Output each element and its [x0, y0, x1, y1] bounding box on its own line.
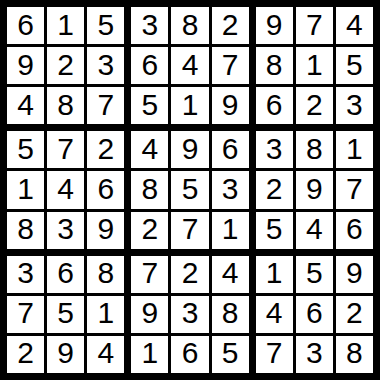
- sudoku-cell-r4c7[interactable]: 3: [256, 131, 293, 168]
- sudoku-cell-r4c1[interactable]: 5: [7, 131, 44, 168]
- sudoku-cell-r1c9[interactable]: 4: [336, 7, 373, 44]
- sudoku-cell-r1c2[interactable]: 1: [47, 7, 84, 44]
- sudoku-box-9: 159462738: [256, 256, 373, 373]
- sudoku-cell-r6c1[interactable]: 8: [7, 212, 44, 249]
- sudoku-cell-r6c7[interactable]: 5: [256, 212, 293, 249]
- sudoku-cell-r1c6[interactable]: 2: [212, 7, 249, 44]
- sudoku-cell-r3c3[interactable]: 7: [87, 87, 124, 124]
- sudoku-cell-r8c1[interactable]: 7: [7, 296, 44, 333]
- sudoku-cell-r6c6[interactable]: 1: [212, 212, 249, 249]
- sudoku-cell-r6c3[interactable]: 9: [87, 212, 124, 249]
- sudoku-cell-r3c1[interactable]: 4: [7, 87, 44, 124]
- sudoku-cell-r7c3[interactable]: 8: [87, 256, 124, 293]
- sudoku-cell-r4c8[interactable]: 8: [296, 131, 333, 168]
- sudoku-cell-r7c5[interactable]: 2: [171, 256, 208, 293]
- sudoku-cell-r3c2[interactable]: 8: [47, 87, 84, 124]
- sudoku-cell-r7c8[interactable]: 5: [296, 256, 333, 293]
- sudoku-box-6: 381297546: [256, 131, 373, 248]
- sudoku-cell-r6c2[interactable]: 3: [47, 212, 84, 249]
- sudoku-box-1: 615923487: [7, 7, 124, 124]
- sudoku-cell-r2c1[interactable]: 9: [7, 47, 44, 84]
- sudoku-cell-r3c5[interactable]: 1: [171, 87, 208, 124]
- sudoku-cell-r7c9[interactable]: 9: [336, 256, 373, 293]
- sudoku-cell-r8c3[interactable]: 1: [87, 296, 124, 333]
- sudoku-cell-r7c6[interactable]: 4: [212, 256, 249, 293]
- sudoku-cell-r1c4[interactable]: 3: [131, 7, 168, 44]
- sudoku-cell-r4c9[interactable]: 1: [336, 131, 373, 168]
- sudoku-cell-r5c7[interactable]: 2: [256, 171, 293, 208]
- sudoku-cell-r5c2[interactable]: 4: [47, 171, 84, 208]
- sudoku-cell-r2c6[interactable]: 7: [212, 47, 249, 84]
- sudoku-cell-r2c4[interactable]: 6: [131, 47, 168, 84]
- sudoku-cell-r2c9[interactable]: 5: [336, 47, 373, 84]
- sudoku-cell-r6c8[interactable]: 4: [296, 212, 333, 249]
- sudoku-cell-r3c4[interactable]: 5: [131, 87, 168, 124]
- sudoku-cell-r7c1[interactable]: 3: [7, 256, 44, 293]
- sudoku-cell-r9c6[interactable]: 5: [212, 336, 249, 373]
- sudoku-cell-r5c3[interactable]: 6: [87, 171, 124, 208]
- sudoku-cell-r1c3[interactable]: 5: [87, 7, 124, 44]
- sudoku-cell-r8c7[interactable]: 4: [256, 296, 293, 333]
- sudoku-cell-r2c3[interactable]: 3: [87, 47, 124, 84]
- sudoku-cell-r3c7[interactable]: 6: [256, 87, 293, 124]
- sudoku-cell-r7c4[interactable]: 7: [131, 256, 168, 293]
- sudoku-cell-r1c1[interactable]: 6: [7, 7, 44, 44]
- sudoku-cell-r4c2[interactable]: 7: [47, 131, 84, 168]
- sudoku-cell-r4c5[interactable]: 9: [171, 131, 208, 168]
- sudoku-cell-r3c8[interactable]: 2: [296, 87, 333, 124]
- sudoku-cell-r5c6[interactable]: 3: [212, 171, 249, 208]
- sudoku-box-3: 974815623: [256, 7, 373, 124]
- sudoku-cell-r8c9[interactable]: 2: [336, 296, 373, 333]
- sudoku-cell-r5c1[interactable]: 1: [7, 171, 44, 208]
- sudoku-box-7: 368751294: [7, 256, 124, 373]
- sudoku-box-2: 382647519: [131, 7, 248, 124]
- sudoku-cell-r9c2[interactable]: 9: [47, 336, 84, 373]
- sudoku-cell-r9c4[interactable]: 1: [131, 336, 168, 373]
- sudoku-board: 6159234873826475199748156235721468394968…: [0, 0, 380, 380]
- sudoku-cell-r5c4[interactable]: 8: [131, 171, 168, 208]
- sudoku-cell-r2c8[interactable]: 1: [296, 47, 333, 84]
- sudoku-cell-r3c6[interactable]: 9: [212, 87, 249, 124]
- sudoku-cell-r8c5[interactable]: 3: [171, 296, 208, 333]
- sudoku-cell-r5c8[interactable]: 9: [296, 171, 333, 208]
- sudoku-cell-r6c9[interactable]: 6: [336, 212, 373, 249]
- sudoku-cell-r9c5[interactable]: 6: [171, 336, 208, 373]
- sudoku-cell-r7c2[interactable]: 6: [47, 256, 84, 293]
- sudoku-cell-r9c9[interactable]: 8: [336, 336, 373, 373]
- sudoku-cell-r2c7[interactable]: 8: [256, 47, 293, 84]
- sudoku-cell-r9c1[interactable]: 2: [7, 336, 44, 373]
- sudoku-cell-r5c9[interactable]: 7: [336, 171, 373, 208]
- sudoku-cell-r4c4[interactable]: 4: [131, 131, 168, 168]
- sudoku-cell-r8c4[interactable]: 9: [131, 296, 168, 333]
- sudoku-cell-r1c5[interactable]: 8: [171, 7, 208, 44]
- sudoku-cell-r4c3[interactable]: 2: [87, 131, 124, 168]
- sudoku-cell-r8c8[interactable]: 6: [296, 296, 333, 333]
- sudoku-box-5: 496853271: [131, 131, 248, 248]
- sudoku-cell-r8c2[interactable]: 5: [47, 296, 84, 333]
- sudoku-box-4: 572146839: [7, 131, 124, 248]
- sudoku-cell-r1c7[interactable]: 9: [256, 7, 293, 44]
- sudoku-cell-r1c8[interactable]: 7: [296, 7, 333, 44]
- sudoku-cell-r4c6[interactable]: 6: [212, 131, 249, 168]
- sudoku-cell-r5c5[interactable]: 5: [171, 171, 208, 208]
- sudoku-cell-r2c5[interactable]: 4: [171, 47, 208, 84]
- sudoku-cell-r2c2[interactable]: 2: [47, 47, 84, 84]
- sudoku-cell-r8c6[interactable]: 8: [212, 296, 249, 333]
- sudoku-cell-r9c3[interactable]: 4: [87, 336, 124, 373]
- sudoku-box-8: 724938165: [131, 256, 248, 373]
- sudoku-cell-r7c7[interactable]: 1: [256, 256, 293, 293]
- sudoku-cell-r6c5[interactable]: 7: [171, 212, 208, 249]
- sudoku-cell-r9c8[interactable]: 3: [296, 336, 333, 373]
- sudoku-cell-r6c4[interactable]: 2: [131, 212, 168, 249]
- sudoku-cell-r9c7[interactable]: 7: [256, 336, 293, 373]
- sudoku-cell-r3c9[interactable]: 3: [336, 87, 373, 124]
